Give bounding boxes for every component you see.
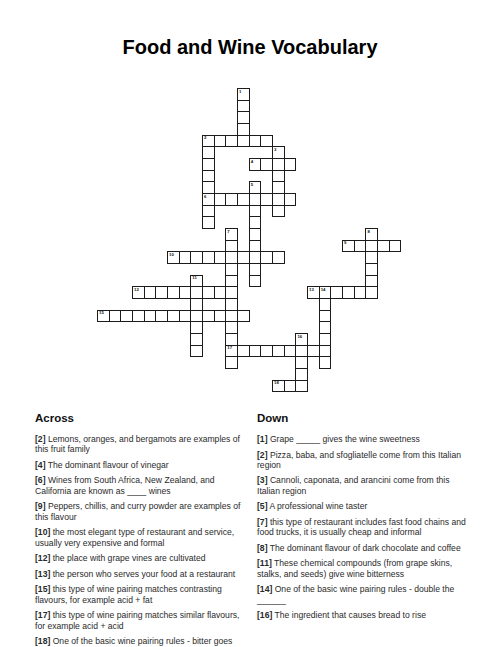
down-clue-3: [3] Cannoli, caponata, and arancini come… <box>257 475 471 496</box>
clue-number: 5 <box>251 183 253 187</box>
across-clue-15: [15] this type of wine pairing matches c… <box>35 584 249 605</box>
across-heading: Across <box>35 412 249 424</box>
across-clue-6: [6] Wines from South Africa, New Zealand… <box>35 475 249 496</box>
clue-number: 3 <box>274 148 276 152</box>
clue-number: 6 <box>204 195 206 199</box>
across-clue-12: [12] the place with grape vines are cult… <box>35 553 249 563</box>
down-clue-5: [5] A professional wine taster <box>257 501 471 511</box>
clue-number: 10 <box>169 253 174 257</box>
grid-cell[interactable] <box>272 251 285 264</box>
clue-number: 1 <box>239 90 241 94</box>
clue-number-label: [7] <box>257 517 268 527</box>
clue-number-label: [17] <box>35 610 50 620</box>
clue-number-label: [1] <box>257 434 268 444</box>
crossword-page: Food and Wine Vocabulary 123456789101112… <box>0 0 500 647</box>
down-heading: Down <box>257 412 471 424</box>
clue-number: 18 <box>274 381 279 385</box>
clue-number: 12 <box>134 288 139 292</box>
clue-number-label: [16] <box>257 610 272 620</box>
grid-cell[interactable] <box>272 205 285 218</box>
grid-cell[interactable] <box>284 158 297 171</box>
clue-number: 14 <box>321 288 326 292</box>
grid-cell[interactable] <box>237 310 250 323</box>
grid-cell[interactable] <box>284 193 297 206</box>
clue-number-label: [8] <box>257 543 268 553</box>
across-clue-9: [9] Peppers, chillis, and curry powder a… <box>35 501 249 522</box>
down-clue-1: [1] Grape _____ gives the wine sweetness <box>257 434 471 444</box>
across-clue-18: [18] One of the basic wine pairing rules… <box>35 636 249 647</box>
clue-number-label: [18] <box>35 636 50 646</box>
grid-cell[interactable] <box>319 356 332 369</box>
crossword-grid: 123456789101112131415161718 <box>97 88 402 393</box>
clue-number: 7 <box>227 230 229 234</box>
clue-number: 9 <box>344 241 346 245</box>
clue-number-label: [2] <box>35 434 46 444</box>
across-clue-13: [13] the person who serves your food at … <box>35 569 249 579</box>
grid-cell[interactable] <box>365 286 378 299</box>
clue-number: 8 <box>367 230 369 234</box>
grid-cell[interactable] <box>249 275 262 288</box>
across-clue-17: [17] this type of wine pairing matches s… <box>35 610 249 631</box>
across-clues-column: Across [2] Lemons, oranges, and bergamot… <box>35 412 249 647</box>
clue-number-label: [6] <box>35 475 46 485</box>
grid-cell[interactable] <box>295 380 308 393</box>
down-clues-column: Down [1] Grape _____ gives the wine swee… <box>257 412 471 626</box>
down-clue-2: [2] Pizza, baba, and sfogliatelle come f… <box>257 450 471 471</box>
clue-number-label: [13] <box>35 569 50 579</box>
clue-number-label: [14] <box>257 584 272 594</box>
clue-number-label: [10] <box>35 527 50 537</box>
page-title: Food and Wine Vocabulary <box>0 36 500 59</box>
grid-cell[interactable] <box>190 345 203 358</box>
grid-cell[interactable] <box>225 356 238 369</box>
grid-cell[interactable] <box>202 216 215 229</box>
clue-number-label: [11] <box>257 558 272 568</box>
down-clue-14: [14] One of the basic wine pairing rules… <box>257 584 471 605</box>
clue-number: 16 <box>297 335 302 339</box>
clue-number-label: [9] <box>35 501 46 511</box>
clue-number-label: [4] <box>35 460 46 470</box>
clue-number-label: [12] <box>35 553 50 563</box>
across-clue-4: [4] The dominant flavour of vinegar <box>35 460 249 470</box>
clue-number: 2 <box>204 136 206 140</box>
clue-number-label: [2] <box>257 450 268 460</box>
down-clue-16: [16] The ingredient that causes bread to… <box>257 610 471 620</box>
clue-number: 11 <box>192 276 197 280</box>
clue-number: 15 <box>99 311 104 315</box>
across-clue-10: [10] the most elegant type of restaurant… <box>35 527 249 548</box>
clue-number: 17 <box>227 346 232 350</box>
clue-number: 4 <box>251 160 253 164</box>
down-clue-11: [11] These chemical compounds (from grap… <box>257 558 471 579</box>
down-clue-8: [8] The dominant flavour of dark chocola… <box>257 543 471 553</box>
clue-number-label: [3] <box>257 475 268 485</box>
clue-number: 13 <box>309 288 314 292</box>
clue-number-label: [5] <box>257 501 268 511</box>
clue-number-label: [15] <box>35 584 50 594</box>
down-clue-7: [7] this type of restaurant includes fas… <box>257 517 471 538</box>
grid-cell[interactable] <box>389 240 402 253</box>
across-clue-2: [2] Lemons, oranges, and bergamots are e… <box>35 434 249 455</box>
